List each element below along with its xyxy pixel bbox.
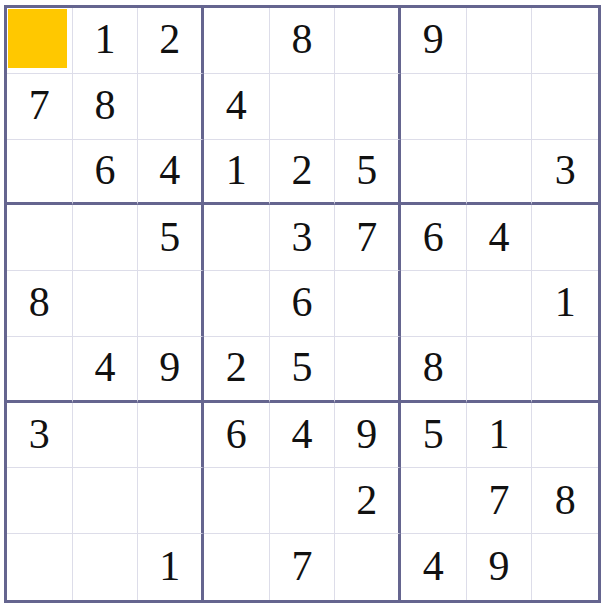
cell-r9c7[interactable]: 4 (401, 534, 467, 600)
cell-r9c6[interactable] (335, 534, 401, 600)
cell-r8c3[interactable] (138, 468, 204, 534)
digit: 5 (356, 149, 377, 191)
cell-r1c3[interactable]: 2 (138, 8, 204, 74)
digit: 4 (488, 216, 509, 258)
cell-r2c9[interactable] (532, 74, 598, 140)
cell-r8c6[interactable]: 2 (335, 468, 401, 534)
cell-r5c9[interactable]: 1 (532, 271, 598, 337)
cell-r5c4[interactable] (204, 271, 270, 337)
cell-r1c1[interactable] (7, 8, 73, 74)
sudoku-board: 128978464125353764861492583649512781749 (4, 5, 601, 603)
cell-r1c9[interactable] (532, 8, 598, 74)
digit: 2 (291, 149, 312, 191)
digit: 8 (94, 84, 115, 126)
cell-r6c5[interactable]: 5 (270, 337, 336, 403)
cell-r2c8[interactable] (467, 74, 533, 140)
cell-r8c2[interactable] (73, 468, 139, 534)
digit: 9 (488, 545, 509, 587)
digit: 3 (555, 149, 576, 191)
digit: 7 (291, 545, 312, 587)
cell-r5c5[interactable]: 6 (270, 271, 336, 337)
digit: 7 (488, 479, 509, 521)
cell-r1c2[interactable]: 1 (73, 8, 139, 74)
cell-r6c1[interactable] (7, 337, 73, 403)
digit: 6 (291, 281, 312, 323)
cell-r9c5[interactable]: 7 (270, 534, 336, 600)
cell-r5c7[interactable] (401, 271, 467, 337)
cell-r2c2[interactable]: 8 (73, 74, 139, 140)
cell-r4c8[interactable]: 4 (467, 205, 533, 271)
cell-r3c5[interactable]: 2 (270, 140, 336, 206)
digit: 6 (94, 149, 115, 191)
digit: 1 (488, 413, 509, 455)
cell-r1c7[interactable]: 9 (401, 8, 467, 74)
digit: 1 (159, 545, 180, 587)
digit: 8 (29, 281, 50, 323)
cell-r7c1[interactable]: 3 (7, 403, 73, 469)
digit: 8 (423, 346, 444, 388)
cell-r5c8[interactable] (467, 271, 533, 337)
cell-r6c3[interactable]: 9 (138, 337, 204, 403)
cell-r4c5[interactable]: 3 (270, 205, 336, 271)
digit: 4 (291, 413, 312, 455)
cell-r8c7[interactable] (401, 468, 467, 534)
cell-r2c7[interactable] (401, 74, 467, 140)
cell-r7c7[interactable]: 5 (401, 403, 467, 469)
cell-r6c7[interactable]: 8 (401, 337, 467, 403)
cell-r4c4[interactable] (204, 205, 270, 271)
digit: 9 (159, 346, 180, 388)
cell-r6c4[interactable]: 2 (204, 337, 270, 403)
cell-r6c6[interactable] (335, 337, 401, 403)
cell-r9c9[interactable] (532, 534, 598, 600)
cell-r5c6[interactable] (335, 271, 401, 337)
cell-r7c5[interactable]: 4 (270, 403, 336, 469)
cell-r9c3[interactable]: 1 (138, 534, 204, 600)
cell-r3c8[interactable] (467, 140, 533, 206)
cell-r7c6[interactable]: 9 (335, 403, 401, 469)
digit: 4 (423, 545, 444, 587)
cell-r8c1[interactable] (7, 468, 73, 534)
cell-r8c5[interactable] (270, 468, 336, 534)
cell-r4c2[interactable] (73, 205, 139, 271)
digit: 8 (291, 18, 312, 60)
cell-r3c9[interactable]: 3 (532, 140, 598, 206)
digit: 7 (356, 216, 377, 258)
digit: 3 (291, 216, 312, 258)
cell-r3c4[interactable]: 1 (204, 140, 270, 206)
cell-r7c2[interactable] (73, 403, 139, 469)
cell-r2c4[interactable]: 4 (204, 74, 270, 140)
cell-r7c4[interactable]: 6 (204, 403, 270, 469)
digit: 8 (555, 479, 576, 521)
cell-r5c2[interactable] (73, 271, 139, 337)
digit: 9 (423, 18, 444, 60)
digit: 4 (226, 84, 247, 126)
cell-r7c8[interactable]: 1 (467, 403, 533, 469)
cell-r5c1[interactable]: 8 (7, 271, 73, 337)
digit: 3 (29, 413, 50, 455)
cell-r9c4[interactable] (204, 534, 270, 600)
cell-r1c6[interactable] (335, 8, 401, 74)
digit: 4 (94, 346, 115, 388)
digit: 4 (159, 149, 180, 191)
cell-r3c2[interactable]: 6 (73, 140, 139, 206)
cell-r4c1[interactable] (7, 205, 73, 271)
cell-r7c3[interactable] (138, 403, 204, 469)
digit: 2 (159, 18, 180, 60)
cell-r8c9[interactable]: 8 (532, 468, 598, 534)
cell-r2c3[interactable] (138, 74, 204, 140)
cell-r8c8[interactable]: 7 (467, 468, 533, 534)
digit: 1 (226, 149, 247, 191)
cell-r6c8[interactable] (467, 337, 533, 403)
cell-r4c3[interactable]: 5 (138, 205, 204, 271)
cell-r4c6[interactable]: 7 (335, 205, 401, 271)
cell-r3c3[interactable]: 4 (138, 140, 204, 206)
cell-r9c8[interactable]: 9 (467, 534, 533, 600)
digit: 6 (423, 216, 444, 258)
cell-r4c9[interactable] (532, 205, 598, 271)
digit: 6 (226, 413, 247, 455)
cell-r6c9[interactable] (532, 337, 598, 403)
digit: 1 (555, 281, 576, 323)
digit: 5 (423, 413, 444, 455)
digit: 7 (29, 84, 50, 126)
cell-r7c9[interactable] (532, 403, 598, 469)
cell-r5c3[interactable] (138, 271, 204, 337)
cell-r1c4[interactable] (204, 8, 270, 74)
cell-r2c6[interactable] (335, 74, 401, 140)
cell-r1c8[interactable] (467, 8, 533, 74)
cell-r3c6[interactable]: 5 (335, 140, 401, 206)
digit: 1 (94, 18, 115, 60)
digit: 5 (291, 346, 312, 388)
cell-r3c7[interactable] (401, 140, 467, 206)
cell-r9c1[interactable] (7, 534, 73, 600)
digit: 5 (159, 216, 180, 258)
cell-r8c4[interactable] (204, 468, 270, 534)
digit: 9 (356, 413, 377, 455)
cell-r6c2[interactable]: 4 (73, 337, 139, 403)
cell-r4c7[interactable]: 6 (401, 205, 467, 271)
cell-r2c1[interactable]: 7 (7, 74, 73, 140)
cell-r9c2[interactable] (73, 534, 139, 600)
digit: 2 (226, 346, 247, 388)
cell-r3c1[interactable] (7, 140, 73, 206)
cell-r2c5[interactable] (270, 74, 336, 140)
cell-r1c5[interactable]: 8 (270, 8, 336, 74)
digit: 2 (356, 479, 377, 521)
